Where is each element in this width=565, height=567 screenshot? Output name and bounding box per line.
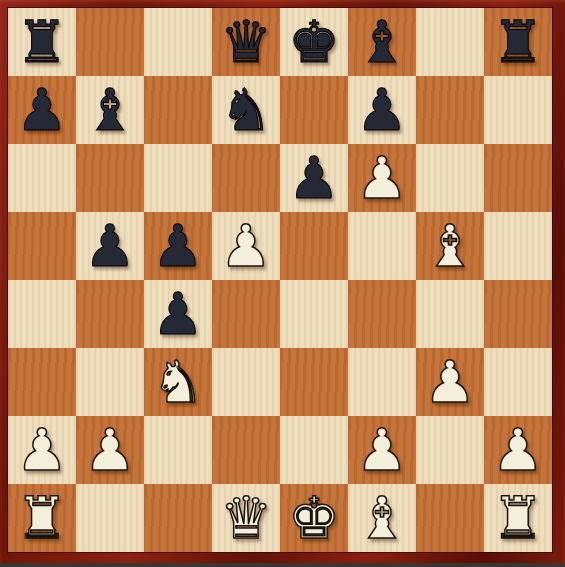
square-g1[interactable] [416,484,484,552]
square-d8[interactable]: ♛ [212,8,280,76]
square-e2[interactable] [280,416,348,484]
square-g5[interactable]: ♝ [416,212,484,280]
square-d1[interactable]: ♛ [212,484,280,552]
square-a6[interactable] [8,144,76,212]
chess-board: ♜♛♚♝♜♟♝♞♟♟♟♟♟♟♝♟♞♟♟♟♟♟♜♛♚♝♜ [8,8,552,552]
square-d3[interactable] [212,348,280,416]
square-c1[interactable] [144,484,212,552]
piece-black-pawn[interactable]: ♟ [288,144,340,212]
square-g4[interactable] [416,280,484,348]
square-c7[interactable] [144,76,212,144]
square-g7[interactable] [416,76,484,144]
piece-white-rook[interactable]: ♜ [492,484,544,552]
square-g3[interactable]: ♟ [416,348,484,416]
square-h6[interactable] [484,144,552,212]
square-d6[interactable] [212,144,280,212]
square-b7[interactable]: ♝ [76,76,144,144]
piece-white-pawn[interactable]: ♟ [424,348,476,416]
piece-white-pawn[interactable]: ♟ [356,416,408,484]
square-c8[interactable] [144,8,212,76]
square-a1[interactable]: ♜ [8,484,76,552]
square-a7[interactable]: ♟ [8,76,76,144]
square-f5[interactable] [348,212,416,280]
piece-white-bishop[interactable]: ♝ [356,484,408,552]
piece-white-knight[interactable]: ♞ [152,348,204,416]
square-b4[interactable] [76,280,144,348]
square-h3[interactable] [484,348,552,416]
square-h7[interactable] [484,76,552,144]
piece-white-pawn[interactable]: ♟ [84,416,136,484]
square-e4[interactable] [280,280,348,348]
square-f6[interactable]: ♟ [348,144,416,212]
square-b2[interactable]: ♟ [76,416,144,484]
square-b3[interactable] [76,348,144,416]
square-e1[interactable]: ♚ [280,484,348,552]
square-d2[interactable] [212,416,280,484]
square-h4[interactable] [484,280,552,348]
piece-white-pawn[interactable]: ♟ [16,416,68,484]
piece-black-pawn[interactable]: ♟ [356,76,408,144]
square-c2[interactable] [144,416,212,484]
piece-black-pawn[interactable]: ♟ [16,76,68,144]
square-e6[interactable]: ♟ [280,144,348,212]
piece-black-pawn[interactable]: ♟ [152,280,204,348]
square-f7[interactable]: ♟ [348,76,416,144]
square-c6[interactable] [144,144,212,212]
piece-black-knight[interactable]: ♞ [220,76,272,144]
square-f4[interactable] [348,280,416,348]
square-a3[interactable] [8,348,76,416]
square-c3[interactable]: ♞ [144,348,212,416]
square-a4[interactable] [8,280,76,348]
square-e3[interactable] [280,348,348,416]
square-b8[interactable] [76,8,144,76]
piece-white-king[interactable]: ♚ [288,484,340,552]
square-h5[interactable] [484,212,552,280]
piece-black-bishop[interactable]: ♝ [356,8,408,76]
piece-white-pawn[interactable]: ♟ [492,416,544,484]
square-f3[interactable] [348,348,416,416]
piece-black-bishop[interactable]: ♝ [84,76,136,144]
square-d7[interactable]: ♞ [212,76,280,144]
square-f2[interactable]: ♟ [348,416,416,484]
square-g8[interactable] [416,8,484,76]
piece-black-pawn[interactable]: ♟ [84,212,136,280]
piece-black-king[interactable]: ♚ [288,8,340,76]
square-h2[interactable]: ♟ [484,416,552,484]
piece-white-bishop[interactable]: ♝ [424,212,476,280]
square-b5[interactable]: ♟ [76,212,144,280]
square-d5[interactable]: ♟ [212,212,280,280]
square-a2[interactable]: ♟ [8,416,76,484]
square-d4[interactable] [212,280,280,348]
square-e5[interactable] [280,212,348,280]
square-b1[interactable] [76,484,144,552]
square-e8[interactable]: ♚ [280,8,348,76]
piece-black-queen[interactable]: ♛ [220,8,272,76]
square-h1[interactable]: ♜ [484,484,552,552]
piece-white-pawn[interactable]: ♟ [356,144,408,212]
square-h8[interactable]: ♜ [484,8,552,76]
piece-black-rook[interactable]: ♜ [16,8,68,76]
square-f8[interactable]: ♝ [348,8,416,76]
square-c5[interactable]: ♟ [144,212,212,280]
piece-white-rook[interactable]: ♜ [16,484,68,552]
square-f1[interactable]: ♝ [348,484,416,552]
board-frame: ♜♛♚♝♜♟♝♞♟♟♟♟♟♟♝♟♞♟♟♟♟♟♜♛♚♝♜ [0,0,565,567]
piece-black-rook[interactable]: ♜ [492,8,544,76]
square-a5[interactable] [8,212,76,280]
piece-white-queen[interactable]: ♛ [220,484,272,552]
square-g6[interactable] [416,144,484,212]
square-c4[interactable]: ♟ [144,280,212,348]
square-e7[interactable] [280,76,348,144]
square-b6[interactable] [76,144,144,212]
square-g2[interactable] [416,416,484,484]
piece-black-pawn[interactable]: ♟ [152,212,204,280]
square-a8[interactable]: ♜ [8,8,76,76]
piece-white-pawn[interactable]: ♟ [220,212,272,280]
